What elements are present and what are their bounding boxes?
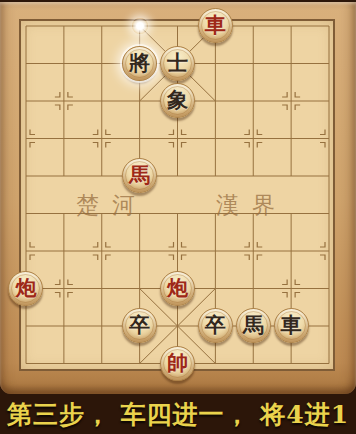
xiangqi-game-screen: 楚河 漢界 車將士象馬炮炮卒卒馬車帥 第三步， 车四进一， 将4进1 [0,0,356,434]
black-soldier-piece[interactable]: 卒 [122,308,157,343]
pieces-layer: 車將士象馬炮炮卒卒馬車帥 [7,7,348,382]
red-chariot-piece[interactable]: 車 [198,8,233,43]
black-elephant-piece[interactable]: 象 [160,83,195,118]
black-general-piece[interactable]: 將 [122,46,157,81]
red-general-piece[interactable]: 帥 [160,346,195,381]
piece-glyph: 炮 [15,277,36,298]
piece-glyph: 馬 [129,164,150,185]
black-chariot-piece[interactable]: 車 [274,308,309,343]
caption-bar: 第三步， 车四进一， 将4进1 [0,394,356,434]
piece-glyph: 士 [167,52,188,73]
black-soldier-piece[interactable]: 卒 [198,308,233,343]
piece-glyph: 將 [129,52,150,73]
piece-glyph: 車 [281,314,302,335]
red-cannon-piece[interactable]: 炮 [8,271,43,306]
piece-glyph: 炮 [167,277,188,298]
red-cannon-piece[interactable]: 炮 [160,271,195,306]
black-horse-piece[interactable]: 馬 [236,308,271,343]
piece-glyph: 帥 [167,352,188,373]
piece-glyph: 馬 [243,314,264,335]
red-horse-piece[interactable]: 馬 [122,158,157,193]
black-advisor-piece[interactable]: 士 [160,46,195,81]
move-caption: 第三步， 车四进一， 将4进1 [7,398,349,431]
piece-glyph: 象 [167,89,188,110]
piece-glyph: 卒 [129,314,150,335]
piece-glyph: 卒 [205,314,226,335]
piece-glyph: 車 [205,14,226,35]
